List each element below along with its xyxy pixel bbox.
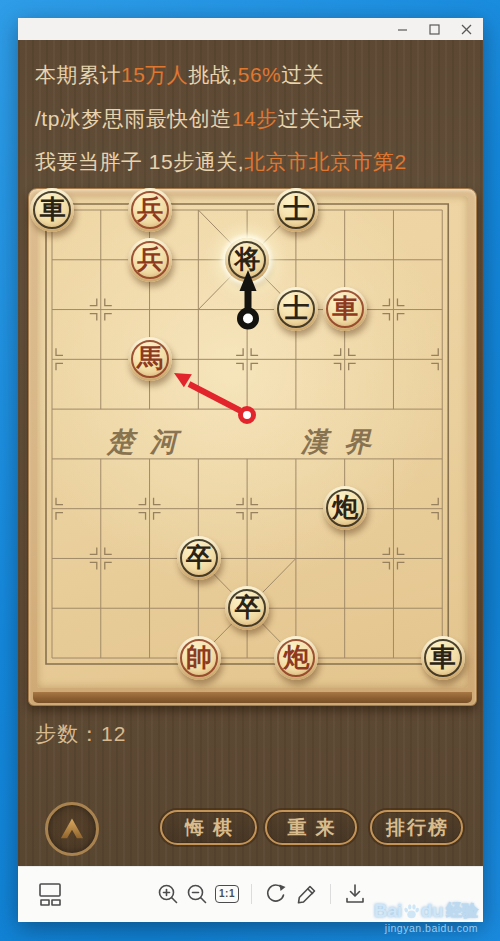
minimize-button[interactable] xyxy=(393,21,411,37)
viewer-window: 本期累计15万人挑战,56%过关/tp冰梦思雨最快创造14步过关记录我要当胖子 … xyxy=(18,18,483,922)
piece-glyph: 車 xyxy=(39,196,65,222)
baidu-paw-icon xyxy=(403,903,420,920)
maximize-icon xyxy=(429,24,440,35)
move-counter-label: 步数： xyxy=(35,722,101,745)
piece-red-兵-f3r2[interactable]: 兵 xyxy=(128,238,172,282)
piece-red-炮-f6r10[interactable]: 炮 xyxy=(274,636,318,680)
maximize-button[interactable] xyxy=(425,21,443,37)
baidu-jingyan-watermark: Bai du 经验 jingyan.baidu.com xyxy=(374,900,478,934)
piece-glyph: 兵 xyxy=(137,196,163,222)
leaderboard-button[interactable]: 排行榜 xyxy=(370,810,463,845)
piece-glyph: 卒 xyxy=(186,544,212,570)
piece-glyph: 帥 xyxy=(186,644,212,670)
piece-glyph: 兵 xyxy=(137,246,163,272)
piece-black-炮-f7r7[interactable]: 炮 xyxy=(323,486,367,530)
piece-red-車-f7r3[interactable]: 車 xyxy=(323,287,367,331)
pieces-layer: 車兵士兵将士車馬炮卒卒帥炮車 xyxy=(28,185,467,683)
piece-glyph: 炮 xyxy=(332,494,358,520)
zoom-out-icon xyxy=(186,883,208,905)
xiangqi-app-screenshot: 本期累计15万人挑战,56%过关/tp冰梦思雨最快创造14步过关记录我要当胖子 … xyxy=(18,40,483,866)
piece-black-士-f6r1[interactable]: 士 xyxy=(274,188,318,232)
challenge-banner: 本期累计15万人挑战,56%过关/tp冰梦思雨最快创造14步过关记录我要当胖子 … xyxy=(35,53,477,184)
watermark-cn: 经验 xyxy=(446,901,478,922)
rotate-icon xyxy=(264,882,288,906)
piece-black-将-f5r2[interactable]: 将 xyxy=(225,238,269,282)
download-icon xyxy=(343,882,367,906)
window-titlebar xyxy=(18,18,483,40)
piece-glyph: 将 xyxy=(234,246,260,272)
zoom-in-button[interactable] xyxy=(157,883,179,905)
xiangqi-board: 楚河 漢界 車兵士兵将士車馬炮卒卒帥炮車 xyxy=(28,188,477,706)
piece-red-馬-f3r4[interactable]: 馬 xyxy=(128,337,172,381)
piece-glyph: 車 xyxy=(430,644,456,670)
piece-glyph: 卒 xyxy=(234,594,260,620)
desktop: { "game": "xiangqi", "banner": { "colors… xyxy=(0,0,500,941)
undo-move-button[interactable]: 悔棋 xyxy=(160,810,257,845)
piece-black-車-f1r1[interactable]: 車 xyxy=(30,188,74,232)
close-button[interactable] xyxy=(457,21,475,37)
download-button[interactable] xyxy=(343,882,367,906)
banner-line: 本期累计15万人挑战,56%过关 xyxy=(35,53,477,97)
display-layout-icon xyxy=(38,882,62,907)
toolbar-separator xyxy=(330,884,331,904)
piece-black-士-f6r3[interactable]: 士 xyxy=(274,287,318,331)
piece-glyph: 炮 xyxy=(283,644,309,670)
move-counter: 步数：12 xyxy=(35,720,126,748)
zoom-out-button[interactable] xyxy=(186,883,208,905)
piece-red-兵-f3r1[interactable]: 兵 xyxy=(128,188,172,232)
edit-button[interactable] xyxy=(295,883,318,906)
restart-button[interactable]: 重来 xyxy=(265,810,357,845)
banner-line: /tp冰梦思雨最快创造14步过关记录 xyxy=(35,97,477,141)
piece-black-車-f9r10[interactable]: 車 xyxy=(421,636,465,680)
pencil-icon xyxy=(295,883,318,906)
piece-glyph: 士 xyxy=(283,295,309,321)
piece-black-卒-f5r9[interactable]: 卒 xyxy=(225,586,269,630)
minimize-icon xyxy=(397,24,408,35)
close-icon xyxy=(461,24,472,35)
scroll-top-button[interactable] xyxy=(45,802,99,856)
rotate-button[interactable] xyxy=(264,882,288,906)
watermark-url: jingyan.baidu.com xyxy=(374,922,478,934)
toolbar-separator xyxy=(251,884,252,904)
mountain-arrow-icon xyxy=(55,812,89,846)
watermark-du: du xyxy=(421,900,443,922)
viewer-toolbar: 1:1 xyxy=(18,866,483,922)
banner-line: 我要当胖子 15步通关,北京市北京市第2 xyxy=(35,140,477,184)
piece-glyph: 士 xyxy=(283,196,309,222)
move-counter-value: 12 xyxy=(101,722,126,745)
actual-size-button[interactable]: 1:1 xyxy=(215,885,239,903)
piece-red-帥-f4r10[interactable]: 帥 xyxy=(177,636,221,680)
piece-glyph: 車 xyxy=(332,295,358,321)
thumbnail-panel-button[interactable] xyxy=(38,881,62,907)
piece-black-卒-f4r8[interactable]: 卒 xyxy=(177,536,221,580)
watermark-bai: Bai xyxy=(374,900,402,922)
zoom-in-icon xyxy=(157,883,179,905)
piece-glyph: 馬 xyxy=(137,345,163,371)
